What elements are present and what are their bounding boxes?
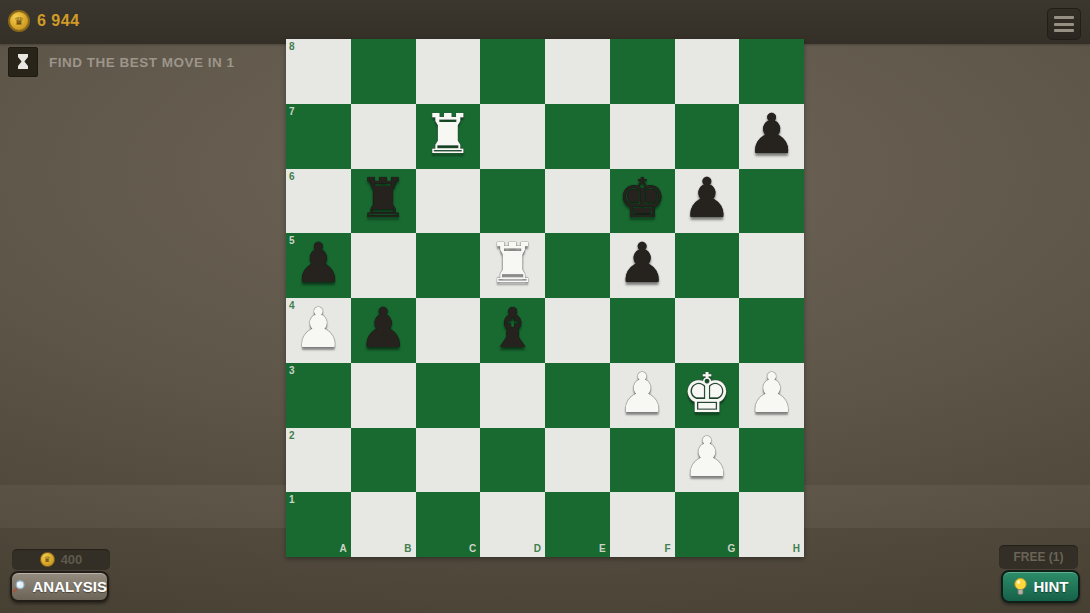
file-label-c: C (469, 544, 476, 554)
square-f2[interactable] (610, 428, 675, 493)
piece-black-pawn-a5[interactable]: ♟ (294, 236, 343, 291)
rank-label-1: 1 (289, 495, 295, 505)
piece-white-pawn-g2[interactable]: ♟ (682, 430, 731, 485)
square-b2[interactable] (351, 428, 416, 493)
analysis-cost-badge: ♛ 400 (12, 549, 110, 570)
piece-black-pawn-g6[interactable]: ♟ (682, 171, 731, 226)
piece-white-pawn-h3[interactable]: ♟ (747, 366, 796, 421)
rank-label-2: 2 (289, 431, 295, 441)
piece-black-bishop-d4[interactable]: ♝ (488, 301, 537, 356)
square-a5[interactable]: 5♟ (286, 233, 351, 298)
square-e5[interactable] (545, 233, 610, 298)
piece-black-rook-b6[interactable]: ♜ (358, 171, 407, 226)
magnifier-icon (12, 578, 27, 595)
square-e2[interactable] (545, 428, 610, 493)
square-c7[interactable]: ♜ (416, 104, 481, 169)
square-d1[interactable]: D (480, 492, 545, 557)
square-f5[interactable]: ♟ (610, 233, 675, 298)
file-label-f: F (664, 544, 670, 554)
crown-coin-icon: ♛ (40, 552, 55, 567)
piece-white-rook-c7[interactable]: ♜ (423, 107, 472, 162)
square-g4[interactable] (675, 298, 740, 363)
square-h2[interactable] (739, 428, 804, 493)
square-e8[interactable] (545, 39, 610, 104)
square-d4[interactable]: ♝ (480, 298, 545, 363)
rank-label-7: 7 (289, 107, 295, 117)
square-c3[interactable] (416, 363, 481, 428)
hourglass-piece-icon (8, 47, 38, 77)
square-b7[interactable] (351, 104, 416, 169)
square-a8[interactable]: 8 (286, 39, 351, 104)
square-f6[interactable]: ♚ (610, 169, 675, 234)
square-h5[interactable] (739, 233, 804, 298)
file-label-a: A (340, 544, 347, 554)
square-a1[interactable]: 1A (286, 492, 351, 557)
square-f3[interactable]: ♟ (610, 363, 675, 428)
piece-white-pawn-a4[interactable]: ♟ (294, 301, 343, 356)
analysis-button-label: ANALYSIS (33, 578, 107, 595)
square-e4[interactable] (545, 298, 610, 363)
square-e7[interactable] (545, 104, 610, 169)
piece-white-rook-d5[interactable]: ♜ (488, 236, 537, 291)
piece-black-king-f6[interactable]: ♚ (617, 171, 666, 226)
file-label-h: H (793, 544, 800, 554)
square-e3[interactable] (545, 363, 610, 428)
square-b4[interactable]: ♟ (351, 298, 416, 363)
square-a6[interactable]: 6 (286, 169, 351, 234)
square-b3[interactable] (351, 363, 416, 428)
square-a4[interactable]: 4♟ (286, 298, 351, 363)
square-g8[interactable] (675, 39, 740, 104)
square-c5[interactable] (416, 233, 481, 298)
square-a3[interactable]: 3 (286, 363, 351, 428)
square-d3[interactable] (480, 363, 545, 428)
square-c4[interactable] (416, 298, 481, 363)
chess-board: 87♜♟6♜♚♟5♟♜♟4♟♟♝3♟♚♟2♟1ABCDEFGH (286, 39, 804, 557)
file-label-d: D (534, 544, 541, 554)
puzzle-instruction-row: FIND THE BEST MOVE IN 1 (8, 47, 235, 77)
square-h8[interactable] (739, 39, 804, 104)
rank-label-6: 6 (289, 172, 295, 182)
square-g3[interactable]: ♚ (675, 363, 740, 428)
square-d7[interactable] (480, 104, 545, 169)
file-label-g: G (727, 544, 735, 554)
rank-label-8: 8 (289, 42, 295, 52)
piece-black-pawn-b4[interactable]: ♟ (358, 301, 407, 356)
piece-black-pawn-f5[interactable]: ♟ (617, 236, 666, 291)
lightbulb-icon (1013, 577, 1028, 596)
square-e1[interactable]: E (545, 492, 610, 557)
square-f4[interactable] (610, 298, 675, 363)
square-h4[interactable] (739, 298, 804, 363)
square-b8[interactable] (351, 39, 416, 104)
piece-white-pawn-f3[interactable]: ♟ (617, 366, 666, 421)
square-h1[interactable]: H (739, 492, 804, 557)
square-a2[interactable]: 2 (286, 428, 351, 493)
coin-counter: ♛ 6 944 (8, 10, 80, 32)
analysis-button[interactable]: ANALYSIS (10, 571, 109, 602)
square-h3[interactable]: ♟ (739, 363, 804, 428)
square-h7[interactable]: ♟ (739, 104, 804, 169)
square-c2[interactable] (416, 428, 481, 493)
hint-free-count: FREE (1) (1013, 550, 1063, 564)
square-f8[interactable] (610, 39, 675, 104)
square-g2[interactable]: ♟ (675, 428, 740, 493)
puzzle-instruction-text: FIND THE BEST MOVE IN 1 (49, 55, 235, 70)
square-c1[interactable]: C (416, 492, 481, 557)
hint-button[interactable]: HINT (1001, 570, 1080, 603)
square-b5[interactable] (351, 233, 416, 298)
hint-free-badge: FREE (1) (999, 545, 1078, 569)
hint-button-label: HINT (1034, 578, 1069, 595)
square-c8[interactable] (416, 39, 481, 104)
square-g6[interactable]: ♟ (675, 169, 740, 234)
analysis-cost: 400 (61, 552, 83, 567)
rank-label-3: 3 (289, 366, 295, 376)
square-d6[interactable] (480, 169, 545, 234)
square-b1[interactable]: B (351, 492, 416, 557)
piece-black-pawn-h7[interactable]: ♟ (747, 107, 796, 162)
coin-count: 6 944 (37, 12, 80, 30)
hamburger-menu-icon (1054, 16, 1074, 19)
square-c6[interactable] (416, 169, 481, 234)
square-d2[interactable] (480, 428, 545, 493)
square-e6[interactable] (545, 169, 610, 234)
square-a7[interactable]: 7 (286, 104, 351, 169)
top-bar: ♛ 6 944 (0, 0, 1090, 44)
square-d8[interactable] (480, 39, 545, 104)
square-b6[interactable]: ♜ (351, 169, 416, 234)
square-g1[interactable]: G (675, 492, 740, 557)
crown-coin-icon: ♛ (8, 10, 30, 32)
file-label-e: E (599, 544, 606, 554)
square-h6[interactable] (739, 169, 804, 234)
hamburger-menu-button[interactable] (1047, 8, 1081, 40)
square-f1[interactable]: F (610, 492, 675, 557)
square-f7[interactable] (610, 104, 675, 169)
square-d5[interactable]: ♜ (480, 233, 545, 298)
square-g7[interactable] (675, 104, 740, 169)
file-label-b: B (404, 544, 411, 554)
piece-white-king-g3[interactable]: ♚ (682, 366, 731, 421)
square-g5[interactable] (675, 233, 740, 298)
